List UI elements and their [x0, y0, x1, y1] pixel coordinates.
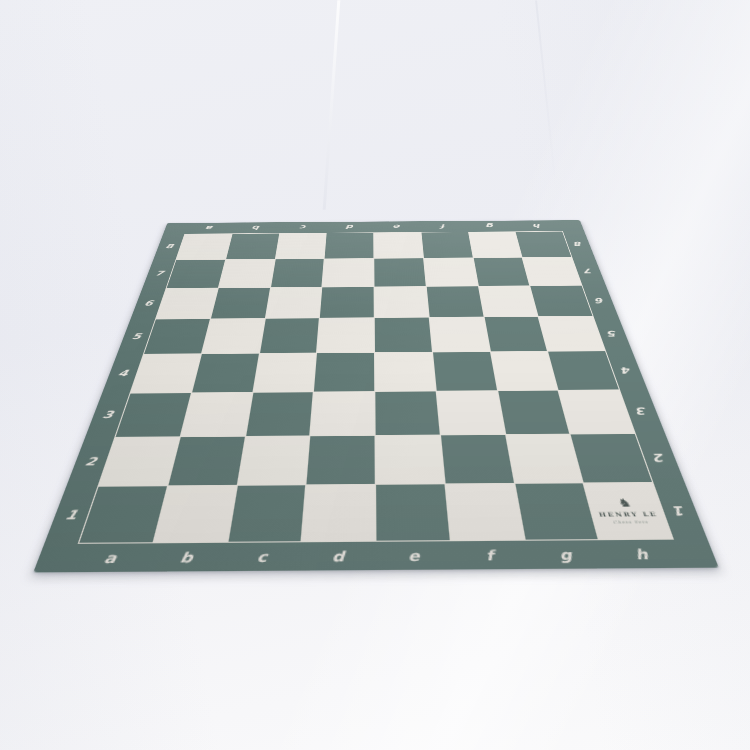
square-f7: [424, 258, 478, 286]
file-label-top-e: e: [374, 221, 421, 232]
square-e3: [375, 391, 439, 434]
square-d7: [323, 259, 374, 287]
file-label-bottom-g: g: [525, 540, 607, 569]
backdrop: abcdefgh 87654321 87654321 abcdefgh ♞HEN…: [0, 0, 750, 750]
square-d2: [307, 435, 375, 484]
file-label-bottom-a: a: [68, 543, 152, 572]
square-e6: [374, 286, 428, 317]
file-label-top-c: c: [279, 222, 327, 233]
square-b3: [181, 393, 252, 436]
fabric-crease: [323, 0, 341, 210]
square-c3: [246, 392, 313, 435]
square-g2: [506, 434, 583, 483]
file-label-top-g: g: [466, 221, 515, 232]
square-c4: [253, 353, 316, 392]
square-c2: [237, 436, 309, 485]
square-f1: [445, 484, 523, 540]
square-e1: [376, 485, 449, 541]
square-f5: [429, 317, 489, 351]
square-d3: [311, 392, 375, 435]
square-a5: [144, 319, 210, 354]
square-g5: [484, 317, 547, 351]
square-d4: [314, 353, 374, 392]
square-e8: [374, 233, 423, 259]
square-c7: [271, 259, 324, 287]
square-e5: [375, 318, 432, 352]
square-f4: [433, 352, 497, 391]
file-label-top-h: h: [513, 220, 563, 231]
square-f2: [441, 435, 514, 484]
file-label-bottom-b: b: [145, 543, 227, 572]
square-g3: [498, 390, 570, 433]
file-label-top-f: f: [420, 221, 468, 232]
square-f6: [426, 286, 483, 317]
file-label-bottom-h: h: [599, 540, 684, 569]
brand-tagline: Chess Sets: [612, 519, 649, 524]
square-h7: [523, 257, 582, 285]
square-d8: [325, 233, 374, 259]
square-d1: [302, 485, 375, 541]
chess-mat: abcdefgh 87654321 87654321 abcdefgh ♞HEN…: [33, 220, 718, 572]
square-g7: [473, 257, 529, 285]
square-g6: [478, 286, 537, 317]
square-b5: [202, 319, 265, 354]
square-g8: [469, 232, 522, 258]
square-f8: [421, 232, 472, 258]
square-c8: [275, 233, 326, 259]
square-c5: [260, 318, 320, 353]
square-f3: [436, 391, 504, 434]
square-b7: [219, 259, 275, 287]
file-label-top-a: a: [184, 223, 234, 234]
square-g4: [491, 352, 558, 390]
file-labels-bottom: abcdefgh: [68, 540, 684, 573]
square-a6: [156, 288, 218, 319]
square-b6: [211, 288, 270, 319]
fabric-crease: [535, 0, 557, 189]
file-label-bottom-d: d: [299, 542, 376, 571]
square-e2: [376, 435, 444, 484]
file-label-bottom-f: f: [450, 541, 530, 570]
square-e7: [374, 258, 425, 286]
square-c1: [228, 486, 306, 542]
brand-name: HENRY LE: [598, 510, 659, 517]
square-b8: [226, 234, 279, 260]
square-e4: [375, 352, 435, 391]
square-c6: [265, 287, 321, 318]
square-a4: [131, 354, 201, 393]
square-a7: [167, 260, 225, 288]
square-b4: [192, 354, 259, 393]
file-label-top-d: d: [326, 222, 373, 233]
square-a8: [176, 234, 231, 260]
file-label-top-b: b: [232, 222, 281, 233]
square-h8: [516, 232, 571, 258]
square-d5: [317, 318, 374, 353]
file-label-bottom-c: c: [222, 542, 301, 571]
square-d6: [320, 287, 374, 318]
knight-icon: ♞: [616, 497, 633, 509]
square-b1: [154, 486, 236, 542]
file-label-bottom-e: e: [376, 541, 453, 570]
square-b2: [168, 436, 244, 485]
